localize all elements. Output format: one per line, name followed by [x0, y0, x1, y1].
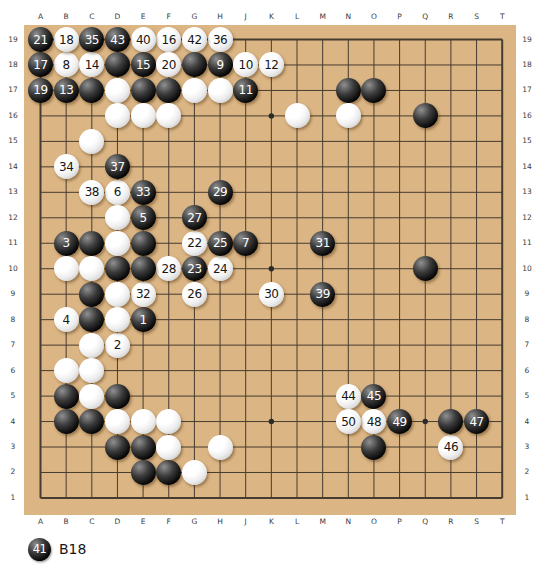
black-stone-E8[interactable]: 1	[131, 307, 156, 332]
black-stone-J11[interactable]: 7	[233, 231, 258, 256]
move-number: 23	[187, 262, 201, 276]
black-stone-E13[interactable]: 33	[131, 180, 156, 205]
move-number: 42	[187, 33, 201, 47]
coord-bottom-S: S	[469, 516, 485, 528]
white-stone-G17[interactable]	[182, 78, 207, 103]
move-number: 37	[110, 160, 124, 174]
black-stone-A17[interactable]: 19	[28, 78, 53, 103]
move-number: 11	[239, 83, 253, 97]
move-number: 39	[316, 287, 330, 301]
black-stone-J17[interactable]: 11	[233, 78, 258, 103]
star-point-Q4	[423, 419, 428, 424]
move-number: 28	[162, 262, 176, 276]
white-stone-D17[interactable]	[105, 78, 130, 103]
white-stone-D7[interactable]: 2	[105, 333, 130, 358]
coord-left-12: 12	[5, 212, 21, 224]
white-stone-B14[interactable]: 34	[54, 154, 79, 179]
white-stone-D4[interactable]	[105, 409, 130, 434]
coord-top-O: O	[366, 11, 382, 23]
white-stone-E4[interactable]	[131, 409, 156, 434]
coord-bottom-G: G	[186, 516, 202, 528]
black-stone-E10[interactable]	[131, 256, 156, 281]
coord-bottom-T: T	[494, 516, 510, 528]
black-stone-B11[interactable]: 3	[54, 231, 79, 256]
coord-top-G: G	[186, 11, 202, 23]
white-stone-N5[interactable]: 44	[336, 384, 361, 409]
white-stone-C5[interactable]	[79, 384, 104, 409]
coord-right-3: 3	[519, 441, 535, 453]
coord-right-13: 13	[519, 186, 535, 198]
black-stone-O3[interactable]	[361, 435, 386, 460]
move-number: 20	[162, 58, 176, 72]
coord-top-D: D	[109, 11, 125, 23]
move-number: 24	[213, 262, 227, 276]
coord-left-19: 19	[5, 34, 21, 46]
coord-top-E: E	[135, 11, 151, 23]
move-number: 25	[213, 236, 227, 250]
coord-top-H: H	[212, 11, 228, 23]
annotation-move-number: 41	[33, 542, 47, 556]
move-number: 21	[33, 33, 47, 47]
black-stone-B5[interactable]	[54, 384, 79, 409]
black-stone-H13[interactable]: 29	[208, 180, 233, 205]
coord-bottom-F: F	[161, 516, 177, 528]
black-stone-H11[interactable]: 25	[208, 231, 233, 256]
coord-top-A: A	[33, 11, 49, 23]
move-number: 2	[114, 338, 121, 352]
coord-right-12: 12	[519, 212, 535, 224]
black-stone-Q16[interactable]	[413, 103, 438, 128]
coord-left-14: 14	[5, 161, 21, 173]
coord-left-6: 6	[5, 365, 21, 377]
coord-top-B: B	[58, 11, 74, 23]
black-stone-G10[interactable]: 23	[182, 256, 207, 281]
move-number: 15	[136, 58, 150, 72]
coord-left-10: 10	[5, 263, 21, 275]
coord-right-9: 9	[519, 288, 535, 300]
move-number: 5	[140, 211, 147, 225]
black-stone-C9[interactable]	[79, 282, 104, 307]
move-number: 16	[162, 33, 176, 47]
white-stone-E19[interactable]: 40	[131, 27, 156, 52]
go-kifu-page: { "game": "go", "board": { "size": 19, "…	[0, 0, 540, 577]
move-number: 50	[341, 415, 355, 429]
annotation-point-label: B18	[59, 541, 86, 557]
star-point-K10	[269, 266, 274, 271]
white-stone-R3[interactable]: 46	[438, 435, 463, 460]
black-stone-E2[interactable]	[131, 460, 156, 485]
coord-right-19: 19	[519, 34, 535, 46]
coord-left-1: 1	[5, 492, 21, 504]
coord-bottom-R: R	[443, 516, 459, 528]
white-stone-H3[interactable]	[208, 435, 233, 460]
move-number: 7	[242, 236, 249, 250]
move-number: 36	[213, 33, 227, 47]
coord-top-K: K	[263, 11, 279, 23]
white-stone-H10[interactable]: 24	[208, 256, 233, 281]
move-annotation: 41 B18	[28, 536, 86, 562]
white-stone-C7[interactable]	[79, 333, 104, 358]
coord-bottom-E: E	[135, 516, 151, 528]
coord-left-11: 11	[5, 237, 21, 249]
coord-left-9: 9	[5, 288, 21, 300]
coord-left-7: 7	[5, 339, 21, 351]
coord-bottom-H: H	[212, 516, 228, 528]
white-stone-K9[interactable]: 30	[259, 282, 284, 307]
coord-right-5: 5	[519, 390, 535, 402]
move-number: 4	[63, 313, 70, 327]
move-number: 30	[264, 287, 278, 301]
coord-left-13: 13	[5, 186, 21, 198]
coord-bottom-M: M	[315, 516, 331, 528]
black-stone-C11[interactable]	[79, 231, 104, 256]
coord-bottom-C: C	[84, 516, 100, 528]
coord-bottom-B: B	[58, 516, 74, 528]
coord-bottom-A: A	[33, 516, 49, 528]
move-number: 38	[85, 185, 99, 199]
black-stone-M11[interactable]: 31	[310, 231, 335, 256]
white-stone-D8[interactable]	[105, 307, 130, 332]
coord-bottom-N: N	[340, 516, 356, 528]
move-number: 1	[140, 313, 147, 327]
black-stone-E18[interactable]: 15	[131, 52, 156, 77]
coord-right-16: 16	[519, 110, 535, 122]
coord-right-17: 17	[519, 84, 535, 96]
coord-bottom-D: D	[109, 516, 125, 528]
coord-top-M: M	[315, 11, 331, 23]
move-number: 9	[216, 58, 223, 72]
white-stone-B10[interactable]	[54, 256, 79, 281]
move-number: 43	[110, 33, 124, 47]
coord-top-L: L	[289, 11, 305, 23]
move-number: 10	[239, 58, 253, 72]
move-number: 17	[33, 58, 47, 72]
coord-top-P: P	[392, 11, 408, 23]
white-stone-G9[interactable]: 26	[182, 282, 207, 307]
white-stone-E9[interactable]: 32	[131, 282, 156, 307]
annotation-stone-black: 41	[28, 538, 51, 561]
move-number: 31	[316, 236, 330, 250]
coord-top-S: S	[469, 11, 485, 23]
coord-bottom-P: P	[392, 516, 408, 528]
black-stone-D19[interactable]: 43	[105, 27, 130, 52]
coord-right-4: 4	[519, 416, 535, 428]
move-number: 6	[114, 185, 121, 199]
move-number: 8	[63, 58, 70, 72]
move-number: 34	[59, 160, 73, 174]
coord-bottom-K: K	[263, 516, 279, 528]
white-stone-G2[interactable]	[182, 460, 207, 485]
white-stone-G11[interactable]: 22	[182, 231, 207, 256]
coord-top-J: J	[238, 11, 254, 23]
coord-left-5: 5	[5, 390, 21, 402]
black-stone-H18[interactable]: 9	[208, 52, 233, 77]
move-number: 3	[63, 236, 70, 250]
move-number: 44	[341, 389, 355, 403]
coord-left-16: 16	[5, 110, 21, 122]
coord-left-8: 8	[5, 314, 21, 326]
white-stone-B8[interactable]: 4	[54, 307, 79, 332]
white-stone-B19[interactable]: 18	[54, 27, 79, 52]
coord-top-N: N	[340, 11, 356, 23]
coord-left-18: 18	[5, 59, 21, 71]
move-number: 32	[136, 287, 150, 301]
black-stone-A19[interactable]: 21	[28, 27, 53, 52]
coord-right-14: 14	[519, 161, 535, 173]
coord-left-15: 15	[5, 135, 21, 147]
move-number: 19	[33, 83, 47, 97]
move-number: 26	[187, 287, 201, 301]
go-board[interactable]: 1234567891011121314151617181920212223242…	[24, 25, 516, 515]
coord-bottom-O: O	[366, 516, 382, 528]
white-stone-G19[interactable]: 42	[182, 27, 207, 52]
white-stone-D13[interactable]: 6	[105, 180, 130, 205]
white-stone-E16[interactable]	[131, 103, 156, 128]
coord-right-18: 18	[519, 59, 535, 71]
white-stone-D9[interactable]	[105, 282, 130, 307]
white-stone-L16[interactable]	[285, 103, 310, 128]
black-stone-E12[interactable]: 5	[131, 205, 156, 230]
white-stone-F3[interactable]	[156, 435, 181, 460]
black-stone-E3[interactable]	[131, 435, 156, 460]
coord-bottom-L: L	[289, 516, 305, 528]
black-stone-G12[interactable]: 27	[182, 205, 207, 230]
white-stone-C15[interactable]	[79, 129, 104, 154]
coord-right-11: 11	[519, 237, 535, 249]
black-stone-O5[interactable]: 45	[361, 384, 386, 409]
coord-top-R: R	[443, 11, 459, 23]
white-stone-B6[interactable]	[54, 358, 79, 383]
coord-bottom-J: J	[238, 516, 254, 528]
coord-top-C: C	[84, 11, 100, 23]
move-number: 12	[264, 58, 278, 72]
coord-right-15: 15	[519, 135, 535, 147]
move-number: 40	[136, 33, 150, 47]
white-stone-B18[interactable]: 8	[54, 52, 79, 77]
coord-right-1: 1	[519, 492, 535, 504]
move-number: 45	[367, 389, 381, 403]
white-stone-H17[interactable]	[208, 78, 233, 103]
move-number: 47	[469, 415, 483, 429]
black-stone-S4[interactable]: 47	[464, 409, 489, 434]
black-stone-E17[interactable]	[131, 78, 156, 103]
coord-top-Q: Q	[417, 11, 433, 23]
white-stone-N4[interactable]: 50	[336, 409, 361, 434]
coord-top-F: F	[161, 11, 177, 23]
white-stone-D11[interactable]	[105, 231, 130, 256]
coord-right-8: 8	[519, 314, 535, 326]
black-stone-N17[interactable]	[336, 78, 361, 103]
move-number: 18	[59, 33, 73, 47]
star-point-K4	[269, 419, 274, 424]
move-number: 46	[444, 440, 458, 454]
move-number: 49	[392, 415, 406, 429]
move-number: 35	[85, 33, 99, 47]
black-stone-B17[interactable]: 13	[54, 78, 79, 103]
black-stone-M9[interactable]: 39	[310, 282, 335, 307]
move-number: 14	[85, 58, 99, 72]
move-number: 29	[213, 185, 227, 199]
black-stone-E11[interactable]	[131, 231, 156, 256]
move-number: 33	[136, 185, 150, 199]
coord-bottom-Q: Q	[417, 516, 433, 528]
black-stone-D3[interactable]	[105, 435, 130, 460]
move-number: 27	[187, 211, 201, 225]
coord-left-4: 4	[5, 416, 21, 428]
coord-left-3: 3	[5, 441, 21, 453]
black-stone-B4[interactable]	[54, 409, 79, 434]
black-stone-D10[interactable]	[105, 256, 130, 281]
black-stone-Q10[interactable]	[413, 256, 438, 281]
black-stone-P4[interactable]: 49	[387, 409, 412, 434]
move-number: 48	[367, 415, 381, 429]
coord-top-T: T	[494, 11, 510, 23]
coord-left-2: 2	[5, 466, 21, 478]
coord-right-6: 6	[519, 365, 535, 377]
coord-left-17: 17	[5, 84, 21, 96]
white-stone-H19[interactable]: 36	[208, 27, 233, 52]
move-number: 22	[187, 236, 201, 250]
coord-right-10: 10	[519, 263, 535, 275]
coord-right-2: 2	[519, 466, 535, 478]
black-stone-D5[interactable]	[105, 384, 130, 409]
move-number: 13	[59, 83, 73, 97]
coord-right-7: 7	[519, 339, 535, 351]
white-stone-C13[interactable]: 38	[79, 180, 104, 205]
star-point-K16	[269, 113, 274, 118]
